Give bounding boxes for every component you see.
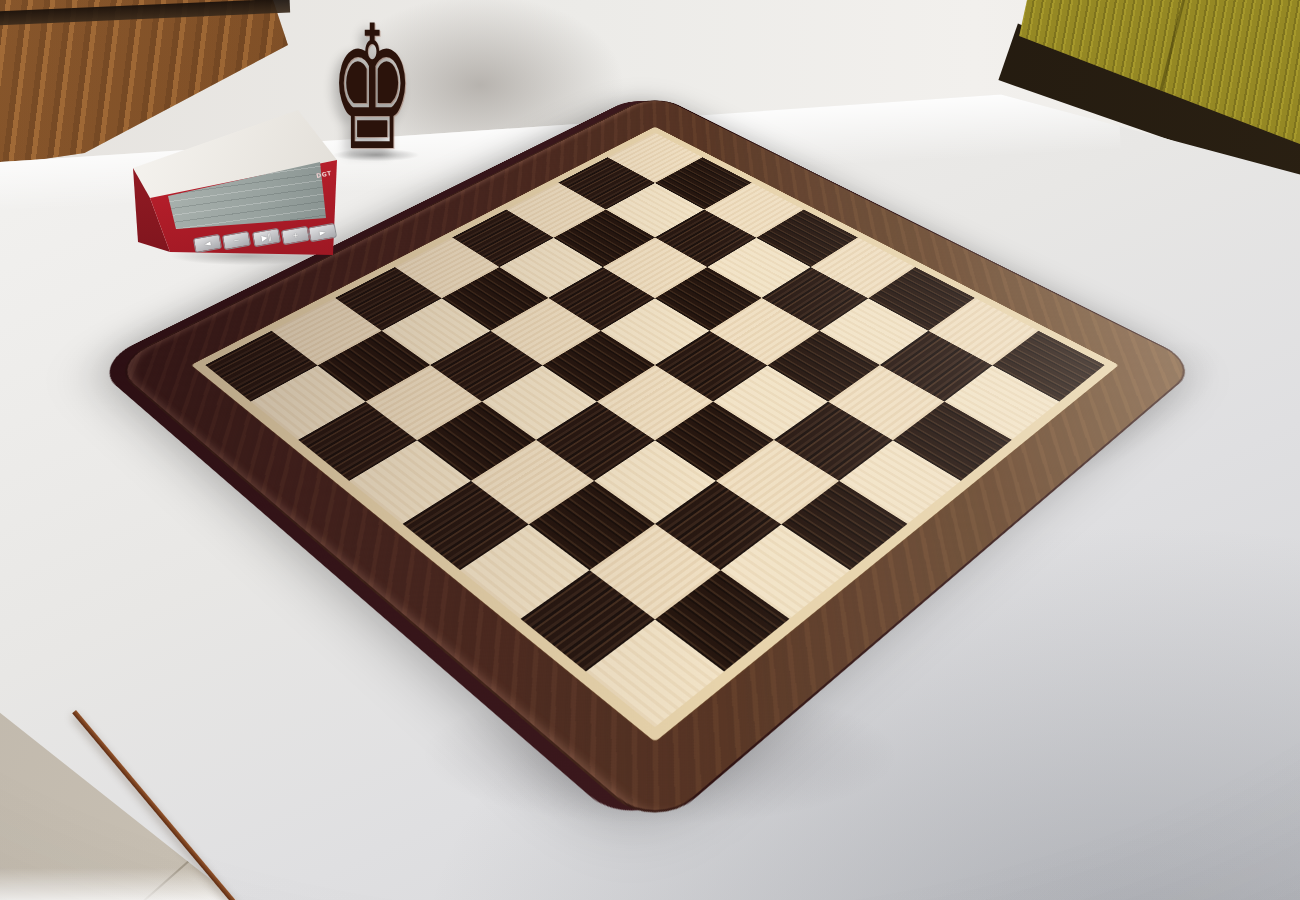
photo-stage: DGT ◄ − ▶‖ + ► ♚ xyxy=(0,0,1300,900)
black-king-icon: ♚ xyxy=(330,16,415,162)
decor-king-piece: ♚ xyxy=(318,10,426,162)
